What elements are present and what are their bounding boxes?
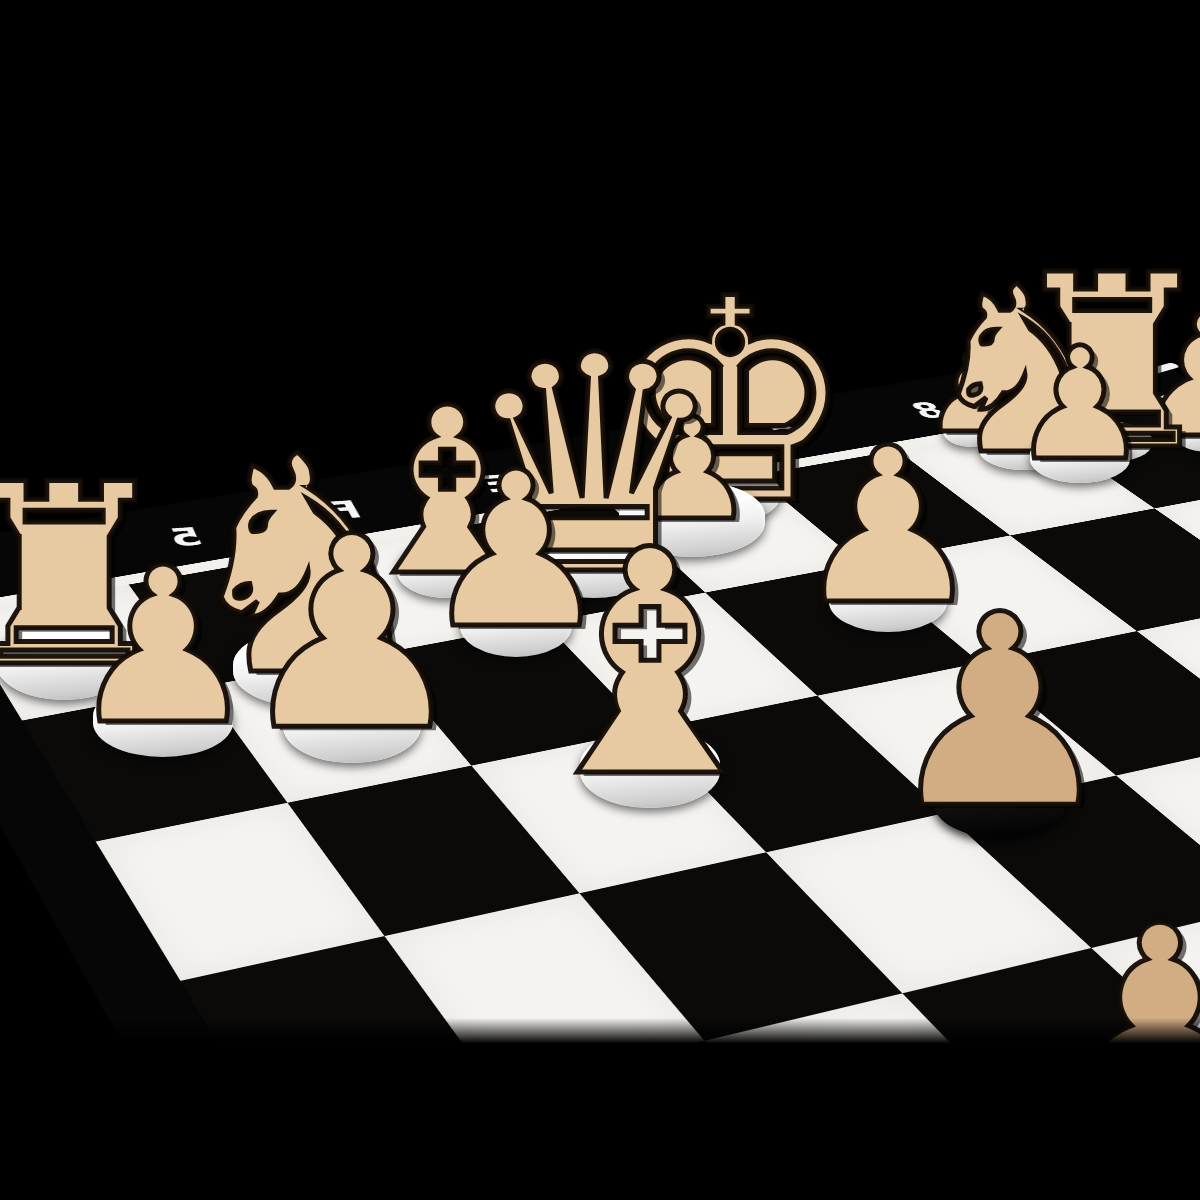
piece-glyph-pawn: ♟	[881, 580, 1119, 845]
bottom-fade-mask	[0, 1018, 1200, 1200]
piece-glyph-pawn: ♟	[233, 502, 471, 767]
piece-glyph-bishop: ♝	[511, 510, 789, 820]
piece-glyph-pawn: ♟	[67, 539, 260, 754]
background-top-mask	[0, 0, 1200, 228]
piece-glyph-pawn: ♟	[1011, 327, 1150, 482]
photo-background: 5FEC84 ♟♟♜♞♟♚♟♝♛♟♟♜♞♟♟♝♟♟	[0, 0, 1200, 1200]
